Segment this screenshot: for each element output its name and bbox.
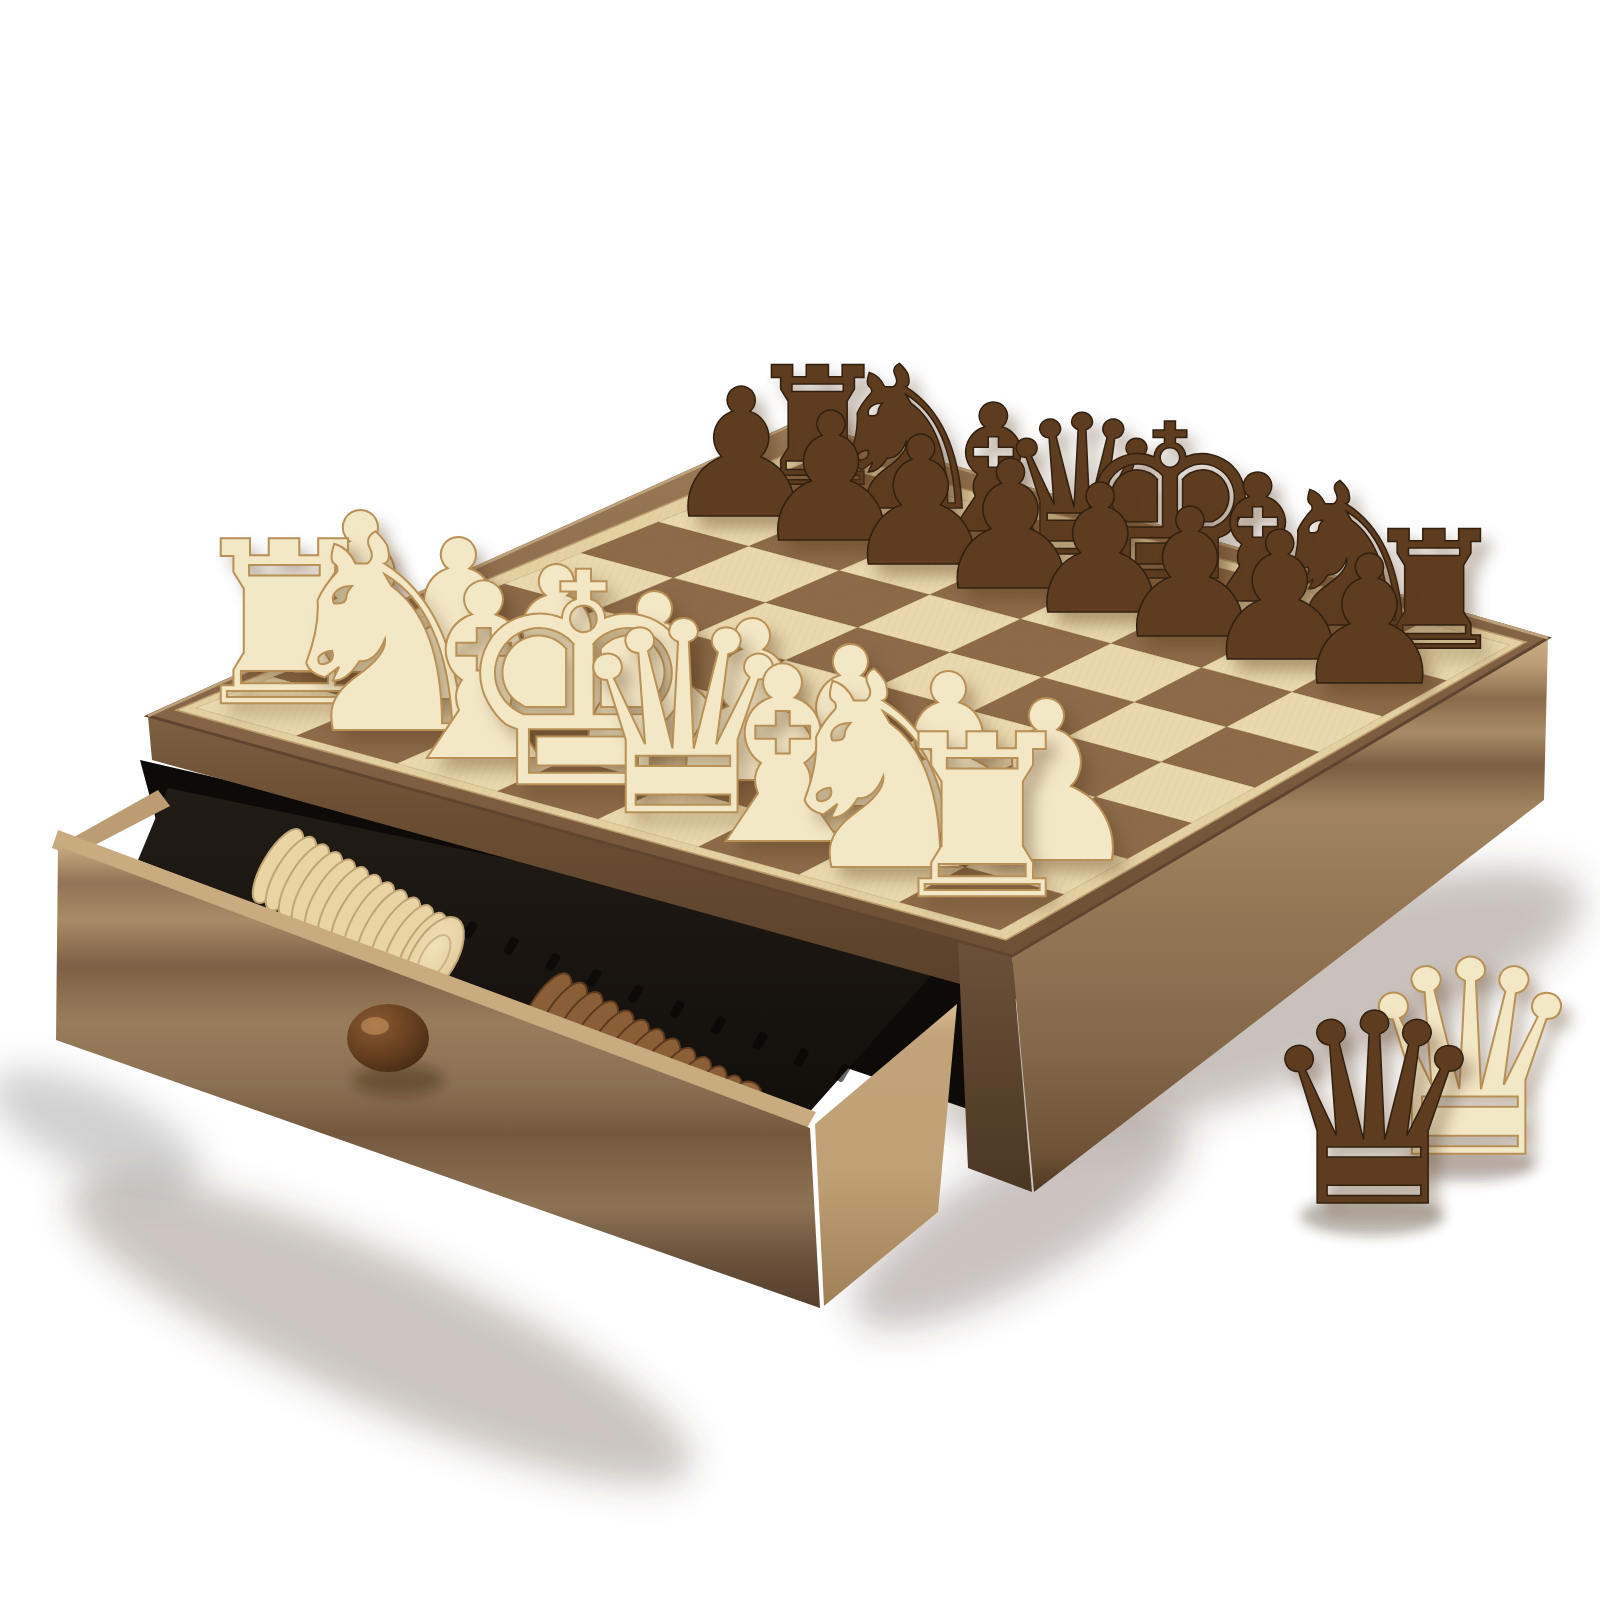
knob-highlight (361, 1017, 389, 1035)
spare-piece-dark-queen[interactable]: ♛ (1256, 980, 1493, 1244)
product-photo-scene: ♜♞♝♛♚♝♞♜♟♟♟♟♟♟♟♟♟♟♟♟♟♟♟♟♜♞♝♚♛♝♞♜♛♛ (0, 0, 1600, 1600)
piece-dark-pawn-r1c7[interactable]: ♟ (1290, 533, 1450, 711)
piece-light-rook-r7c7[interactable]: ♜ (881, 704, 1084, 930)
drawer-knob[interactable] (347, 1004, 429, 1072)
